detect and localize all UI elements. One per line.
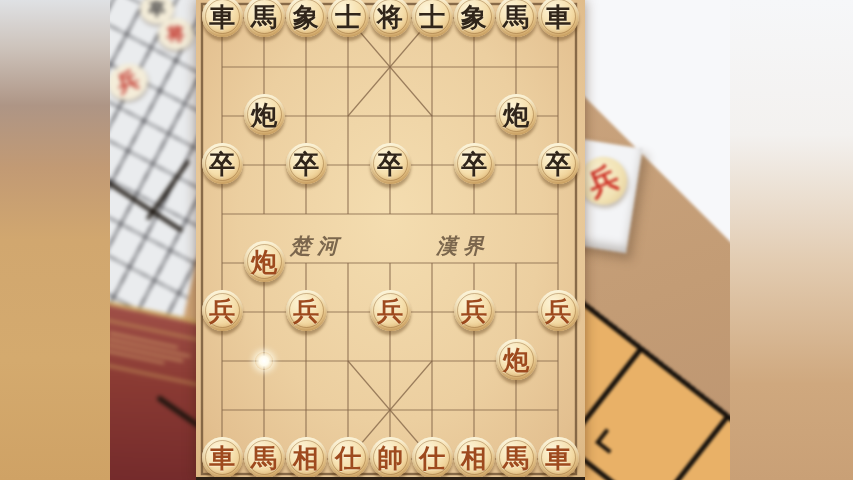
piece-glyph: 士 <box>419 4 445 30</box>
piece-glyph: 卒 <box>377 151 403 177</box>
piece-black-elephant[interactable]: 象 <box>286 0 327 37</box>
piece-black-horse[interactable]: 馬 <box>244 0 285 37</box>
piece-black-chariot[interactable]: 車 <box>202 0 243 37</box>
bg-piece-red: 将 <box>158 18 194 50</box>
piece-red-soldier[interactable]: 兵 <box>454 290 495 331</box>
board-intersections: 車馬象士将士象馬車炮炮卒卒卒卒卒炮兵兵兵兵兵炮車馬相仕帥仕相馬車 <box>201 0 579 480</box>
piece-glyph: 兵 <box>461 298 487 324</box>
piece-red-cannon[interactable]: 炮 <box>496 339 537 380</box>
bg-piece-tray: 兵 <box>585 133 643 254</box>
piece-black-horse[interactable]: 馬 <box>496 0 537 37</box>
piece-glyph: 炮 <box>503 102 529 128</box>
piece-black-chariot[interactable]: 車 <box>538 0 579 37</box>
blurred-left-strip <box>0 0 110 480</box>
piece-red-horse[interactable]: 馬 <box>496 437 537 478</box>
piece-glyph: 兵 <box>545 298 571 324</box>
piece-glyph: 馬 <box>503 4 529 30</box>
piece-black-elephant[interactable]: 象 <box>454 0 495 37</box>
piece-glyph: 車 <box>545 4 571 30</box>
piece-black-soldier[interactable]: 卒 <box>454 143 495 184</box>
piece-black-cannon[interactable]: 炮 <box>244 94 285 135</box>
piece-glyph: 馬 <box>251 445 277 471</box>
piece-red-advisor[interactable]: 仕 <box>412 437 453 478</box>
piece-black-advisor[interactable]: 士 <box>328 0 369 37</box>
move-origin-marker <box>255 352 273 370</box>
blurred-right-strip <box>730 0 853 480</box>
piece-glyph: 卒 <box>461 151 487 177</box>
piece-black-soldier[interactable]: 卒 <box>538 143 579 184</box>
piece-glyph: 卒 <box>293 151 319 177</box>
piece-glyph: 炮 <box>251 249 277 275</box>
bg-paper-board-corner <box>585 286 730 480</box>
piece-glyph: 車 <box>209 445 235 471</box>
piece-glyph: 兵 <box>209 298 235 324</box>
piece-black-general[interactable]: 将 <box>370 0 411 37</box>
bg-tray-piece: 兵 <box>585 149 635 212</box>
piece-red-elephant[interactable]: 相 <box>286 437 327 478</box>
background-photo-left-content: 卒 将 兵 <box>110 0 196 480</box>
piece-glyph: 士 <box>335 4 361 30</box>
piece-red-soldier[interactable]: 兵 <box>538 290 579 331</box>
piece-glyph: 将 <box>377 4 403 30</box>
background-photo-right-content: 兵 <box>585 0 730 480</box>
piece-glyph: 卒 <box>545 151 571 177</box>
piece-glyph: 象 <box>293 4 319 30</box>
piece-glyph: 炮 <box>251 102 277 128</box>
piece-glyph: 相 <box>293 445 319 471</box>
piece-glyph: 相 <box>461 445 487 471</box>
piece-glyph: 兵 <box>293 298 319 324</box>
piece-glyph: 仕 <box>419 445 445 471</box>
bg-chess-box <box>110 300 196 480</box>
piece-red-soldier[interactable]: 兵 <box>202 290 243 331</box>
piece-glyph: 帥 <box>377 445 403 471</box>
piece-glyph: 仕 <box>335 445 361 471</box>
background-photo-right: 兵 <box>585 0 730 480</box>
piece-red-general[interactable]: 帥 <box>370 437 411 478</box>
piece-black-cannon[interactable]: 炮 <box>496 94 537 135</box>
piece-red-elephant[interactable]: 相 <box>454 437 495 478</box>
piece-red-cannon[interactable]: 炮 <box>244 241 285 282</box>
screen: 卒 将 兵 兵 <box>0 0 853 480</box>
piece-red-soldier[interactable]: 兵 <box>370 290 411 331</box>
piece-glyph: 兵 <box>377 298 403 324</box>
piece-glyph: 車 <box>209 4 235 30</box>
piece-glyph: 車 <box>545 445 571 471</box>
piece-glyph: 卒 <box>209 151 235 177</box>
piece-glyph: 炮 <box>503 347 529 373</box>
piece-glyph: 馬 <box>503 445 529 471</box>
piece-black-soldier[interactable]: 卒 <box>202 143 243 184</box>
piece-glyph: 馬 <box>251 4 277 30</box>
piece-black-soldier[interactable]: 卒 <box>286 143 327 184</box>
xiangqi-board: 楚河 漢界 車馬象士将士象馬車炮炮卒卒卒卒卒炮兵兵兵兵兵炮車馬相仕帥仕相馬車 <box>196 0 585 480</box>
piece-red-horse[interactable]: 馬 <box>244 437 285 478</box>
piece-black-advisor[interactable]: 士 <box>412 0 453 37</box>
piece-red-advisor[interactable]: 仕 <box>328 437 369 478</box>
piece-red-chariot[interactable]: 車 <box>202 437 243 478</box>
piece-glyph: 象 <box>461 4 487 30</box>
piece-red-chariot[interactable]: 車 <box>538 437 579 478</box>
piece-black-soldier[interactable]: 卒 <box>370 143 411 184</box>
background-photo-left: 卒 将 兵 <box>110 0 196 480</box>
piece-red-soldier[interactable]: 兵 <box>286 290 327 331</box>
